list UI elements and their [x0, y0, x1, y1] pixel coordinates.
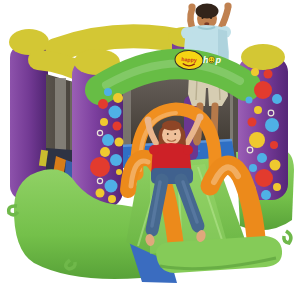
- pillar-dot: [113, 93, 123, 103]
- pillar-dot: [115, 138, 124, 147]
- pillar-dot: [272, 94, 282, 104]
- bounce-house-illustration: happy h p: [0, 0, 300, 286]
- pillar-dot: [98, 99, 108, 109]
- pillar-dot: [254, 106, 262, 114]
- pillar-dot: [113, 122, 122, 131]
- pillar-dot: [270, 141, 278, 149]
- pillar-dot: [248, 118, 257, 127]
- pillar-dot: [116, 169, 122, 175]
- pillar-dot: [246, 97, 253, 104]
- pillar-dot: [100, 118, 108, 126]
- pillar-dot: [265, 118, 279, 132]
- pillar-dot: [109, 106, 122, 119]
- pillar-dot: [270, 160, 281, 171]
- pillar-dot: [100, 147, 110, 157]
- pillar-dot: [273, 183, 281, 191]
- pillar-dot: [102, 134, 114, 146]
- logo-letter-p: p: [215, 55, 222, 65]
- pillar-dot: [110, 154, 122, 166]
- pillar-dot: [249, 164, 257, 172]
- pillar-dot: [90, 157, 110, 177]
- logo-word-happy: happy: [181, 56, 197, 63]
- pillar-dot: [251, 68, 259, 76]
- anchor-tab: [284, 231, 291, 243]
- pillar-dot: [264, 70, 273, 79]
- pillar-dot: [255, 169, 273, 187]
- pillar-dot: [249, 132, 265, 148]
- pillar-dot: [105, 180, 118, 193]
- pillar-dot: [104, 88, 112, 96]
- pillar-dot: [108, 195, 116, 203]
- bouncy-castle-photo: happy h p: [0, 0, 300, 286]
- pillar-dot: [257, 153, 267, 163]
- pillar-dot: [254, 81, 272, 99]
- pillar-dot: [96, 189, 105, 198]
- pillar-dot: [261, 190, 271, 200]
